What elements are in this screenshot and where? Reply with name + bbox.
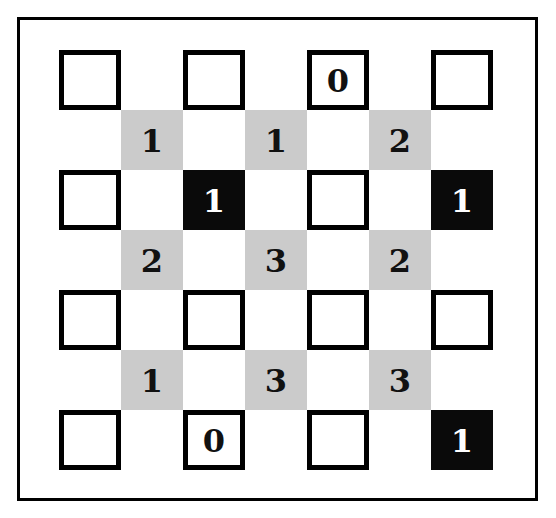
white-square-r5c1[interactable] (59, 290, 121, 350)
vertex-clue-r4c4: 3 (245, 230, 307, 290)
cell-value: 1 (141, 125, 163, 157)
cell-value: 3 (265, 365, 287, 397)
white-square-r7c5[interactable] (307, 410, 369, 470)
white-square-r1c7[interactable] (431, 50, 493, 110)
blank-cell-r7c6 (369, 410, 431, 470)
blank-cell-r6c5 (307, 350, 369, 410)
puzzle-board: 01121123213301 (59, 50, 493, 470)
cell-value: 0 (203, 425, 225, 457)
white-square-r5c3[interactable] (183, 290, 245, 350)
blank-cell-r4c7 (431, 230, 493, 290)
blank-cell-r3c4 (245, 170, 307, 230)
cell-value: 2 (389, 245, 411, 277)
blank-cell-r6c7 (431, 350, 493, 410)
vertex-clue-r2c4: 1 (245, 110, 307, 170)
blank-cell-r5c6 (369, 290, 431, 350)
white-square-r5c7[interactable] (431, 290, 493, 350)
blank-cell-r1c4 (245, 50, 307, 110)
white-square-r1c5[interactable]: 0 (307, 50, 369, 110)
cell-value: 1 (451, 425, 473, 457)
blank-cell-r3c2 (121, 170, 183, 230)
cell-value: 1 (203, 185, 225, 217)
white-square-r5c5[interactable] (307, 290, 369, 350)
white-square-r1c1[interactable] (59, 50, 121, 110)
cell-value: 0 (327, 65, 349, 97)
blank-cell-r4c3 (183, 230, 245, 290)
blank-cell-r7c2 (121, 410, 183, 470)
blank-cell-r6c3 (183, 350, 245, 410)
cell-value: 1 (451, 185, 473, 217)
cell-value: 2 (141, 245, 163, 277)
vertex-clue-r2c6: 2 (369, 110, 431, 170)
blank-cell-r5c2 (121, 290, 183, 350)
cell-value: 2 (389, 125, 411, 157)
black-square-r3c7[interactable]: 1 (431, 170, 493, 230)
blank-cell-r2c1 (59, 110, 121, 170)
vertex-clue-r6c4: 3 (245, 350, 307, 410)
blank-cell-r5c4 (245, 290, 307, 350)
blank-cell-r1c6 (369, 50, 431, 110)
blank-cell-r3c6 (369, 170, 431, 230)
black-square-r3c3[interactable]: 1 (183, 170, 245, 230)
white-square-r3c5[interactable] (307, 170, 369, 230)
white-square-r3c1[interactable] (59, 170, 121, 230)
blank-cell-r1c2 (121, 50, 183, 110)
blank-cell-r2c3 (183, 110, 245, 170)
white-square-r7c1[interactable] (59, 410, 121, 470)
vertex-clue-r6c6: 3 (369, 350, 431, 410)
vertex-clue-r4c6: 2 (369, 230, 431, 290)
white-square-r1c3[interactable] (183, 50, 245, 110)
blank-cell-r4c1 (59, 230, 121, 290)
blank-cell-r7c4 (245, 410, 307, 470)
black-square-r7c7[interactable]: 1 (431, 410, 493, 470)
cell-value: 3 (265, 245, 287, 277)
cell-value: 1 (141, 365, 163, 397)
blank-cell-r2c5 (307, 110, 369, 170)
vertex-clue-r6c2: 1 (121, 350, 183, 410)
cell-value: 3 (389, 365, 411, 397)
blank-cell-r4c5 (307, 230, 369, 290)
blank-cell-r6c1 (59, 350, 121, 410)
blank-cell-r2c7 (431, 110, 493, 170)
cell-value: 1 (265, 125, 287, 157)
white-square-r7c3[interactable]: 0 (183, 410, 245, 470)
vertex-clue-r4c2: 2 (121, 230, 183, 290)
vertex-clue-r2c2: 1 (121, 110, 183, 170)
